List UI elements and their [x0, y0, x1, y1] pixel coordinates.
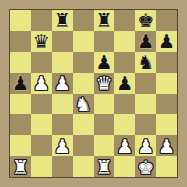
- square-a2[interactable]: [10, 135, 31, 156]
- piece-black-pawn[interactable]: ♟: [12, 73, 29, 93]
- square-e4[interactable]: [94, 94, 115, 115]
- square-b1[interactable]: [31, 156, 52, 177]
- piece-black-rook[interactable]: ♜: [54, 10, 71, 30]
- square-h6[interactable]: [156, 52, 177, 73]
- piece-white-knight[interactable]: ♞: [75, 94, 92, 114]
- square-c5[interactable]: ♟: [52, 73, 73, 94]
- square-f1[interactable]: [114, 156, 135, 177]
- square-d5[interactable]: [73, 73, 94, 94]
- square-h8[interactable]: [156, 10, 177, 31]
- square-g2[interactable]: ♟: [135, 135, 156, 156]
- square-h5[interactable]: [156, 73, 177, 94]
- square-a5[interactable]: ♟: [10, 73, 31, 94]
- square-e3[interactable]: [94, 114, 115, 135]
- square-b8[interactable]: [31, 10, 52, 31]
- square-g8[interactable]: ♚: [135, 10, 156, 31]
- piece-white-pawn[interactable]: ♟: [33, 73, 50, 93]
- square-f7[interactable]: [114, 31, 135, 52]
- square-a6[interactable]: [10, 52, 31, 73]
- piece-black-pawn[interactable]: ♟: [137, 31, 154, 51]
- piece-black-queen[interactable]: ♛: [33, 31, 50, 51]
- square-e1[interactable]: ♜: [94, 156, 115, 177]
- square-e5[interactable]: ♛: [94, 73, 115, 94]
- square-c2[interactable]: ♟: [52, 135, 73, 156]
- square-g3[interactable]: [135, 114, 156, 135]
- square-b4[interactable]: [31, 94, 52, 115]
- square-d3[interactable]: [73, 114, 94, 135]
- square-b3[interactable]: [31, 114, 52, 135]
- square-e6[interactable]: ♟: [94, 52, 115, 73]
- piece-white-king[interactable]: ♚: [137, 157, 154, 177]
- square-h2[interactable]: ♟: [156, 135, 177, 156]
- square-c4[interactable]: [52, 94, 73, 115]
- square-g6[interactable]: ♞: [135, 52, 156, 73]
- square-a7[interactable]: [10, 31, 31, 52]
- piece-white-pawn[interactable]: ♟: [158, 136, 175, 156]
- square-h3[interactable]: [156, 114, 177, 135]
- square-h4[interactable]: [156, 94, 177, 115]
- square-c7[interactable]: [52, 31, 73, 52]
- piece-black-knight[interactable]: ♞: [137, 52, 154, 72]
- square-c6[interactable]: [52, 52, 73, 73]
- square-f2[interactable]: ♟: [114, 135, 135, 156]
- square-h7[interactable]: ♟: [156, 31, 177, 52]
- square-d8[interactable]: [73, 10, 94, 31]
- square-b7[interactable]: ♛: [31, 31, 52, 52]
- square-d4[interactable]: ♞: [73, 94, 94, 115]
- square-d1[interactable]: [73, 156, 94, 177]
- piece-black-pawn[interactable]: ♟: [116, 73, 133, 93]
- square-f4[interactable]: [114, 94, 135, 115]
- board-frame: ♜♜♚♛♟♟♟♞♟♟♟♛♟♞♟♟♟♟♜♜♚: [0, 0, 187, 187]
- square-c3[interactable]: [52, 114, 73, 135]
- square-a8[interactable]: [10, 10, 31, 31]
- piece-black-pawn[interactable]: ♟: [95, 52, 112, 72]
- piece-white-pawn[interactable]: ♟: [54, 136, 71, 156]
- piece-white-queen[interactable]: ♛: [95, 73, 112, 93]
- square-e7[interactable]: [94, 31, 115, 52]
- piece-black-pawn[interactable]: ♟: [158, 31, 175, 51]
- square-a4[interactable]: [10, 94, 31, 115]
- square-e2[interactable]: [94, 135, 115, 156]
- square-h1[interactable]: [156, 156, 177, 177]
- piece-white-pawn[interactable]: ♟: [54, 73, 71, 93]
- square-c8[interactable]: ♜: [52, 10, 73, 31]
- square-e8[interactable]: ♜: [94, 10, 115, 31]
- piece-white-rook[interactable]: ♜: [95, 157, 112, 177]
- square-b2[interactable]: [31, 135, 52, 156]
- square-d6[interactable]: [73, 52, 94, 73]
- square-g1[interactable]: ♚: [135, 156, 156, 177]
- square-g4[interactable]: [135, 94, 156, 115]
- piece-white-pawn[interactable]: ♟: [116, 136, 133, 156]
- piece-white-rook[interactable]: ♜: [12, 157, 29, 177]
- square-b6[interactable]: [31, 52, 52, 73]
- square-a1[interactable]: ♜: [10, 156, 31, 177]
- square-f8[interactable]: [114, 10, 135, 31]
- piece-black-king[interactable]: ♚: [137, 10, 154, 30]
- square-f3[interactable]: [114, 114, 135, 135]
- square-b5[interactable]: ♟: [31, 73, 52, 94]
- square-c1[interactable]: [52, 156, 73, 177]
- square-d7[interactable]: [73, 31, 94, 52]
- chess-board: ♜♜♚♛♟♟♟♞♟♟♟♛♟♞♟♟♟♟♜♜♚: [9, 9, 178, 178]
- piece-black-rook[interactable]: ♜: [95, 10, 112, 30]
- square-g7[interactable]: ♟: [135, 31, 156, 52]
- square-a3[interactable]: [10, 114, 31, 135]
- square-d2[interactable]: [73, 135, 94, 156]
- piece-white-pawn[interactable]: ♟: [137, 136, 154, 156]
- square-g5[interactable]: [135, 73, 156, 94]
- square-f5[interactable]: ♟: [114, 73, 135, 94]
- square-f6[interactable]: [114, 52, 135, 73]
